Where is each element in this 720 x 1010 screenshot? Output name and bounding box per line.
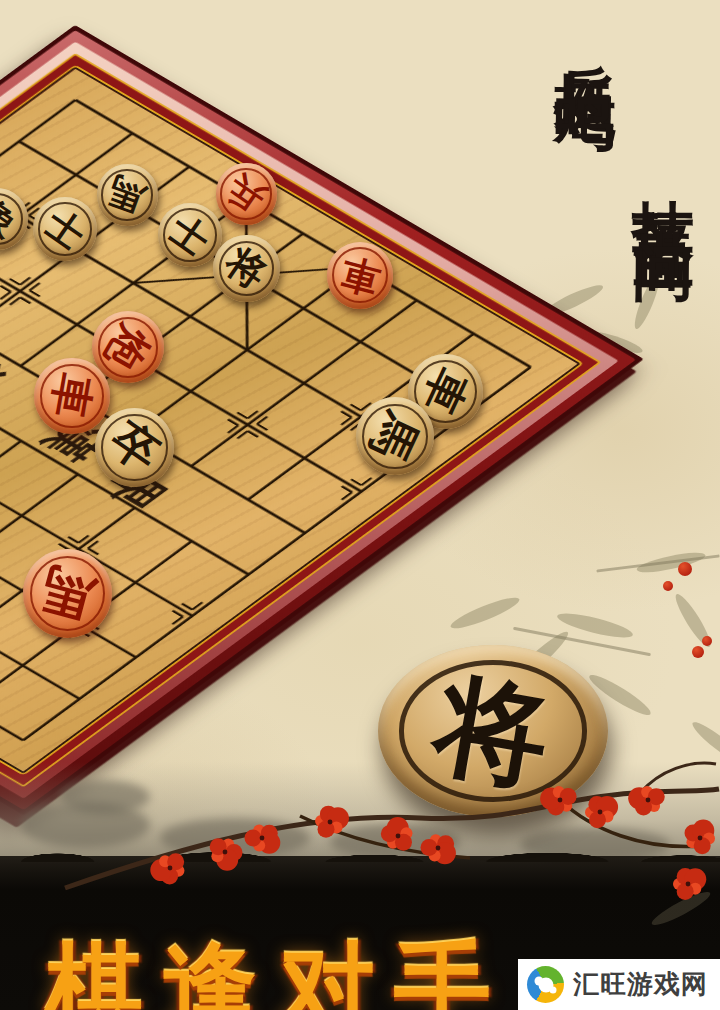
calligraphy-column-2: 技艺盖世间 bbox=[626, 150, 697, 621]
bamboo-leaf bbox=[448, 593, 522, 634]
site-name: 汇旺游戏网 bbox=[573, 967, 708, 1002]
site-logo-icon bbox=[527, 966, 564, 1003]
site-watermark[interactable]: 汇旺游戏网 bbox=[518, 959, 720, 1010]
svg-text:界: 界 bbox=[92, 458, 182, 517]
plum-branch bbox=[0, 740, 720, 940]
svg-text:漢: 漢 bbox=[32, 410, 122, 469]
calligraphy-column-1: 兵挺炮鸣 bbox=[547, 13, 619, 324]
poster-background: 漢界楚河 兵馬象士士将車炮車車馬卒馬 兵挺炮鸣 技艺盖世间 将 棋逢对手 汇旺游… bbox=[0, 0, 720, 1010]
plum-berry bbox=[692, 646, 704, 658]
plum-berry bbox=[702, 636, 712, 646]
svg-text:河: 河 bbox=[0, 345, 17, 404]
poster-title: 棋逢对手 bbox=[46, 924, 510, 1010]
